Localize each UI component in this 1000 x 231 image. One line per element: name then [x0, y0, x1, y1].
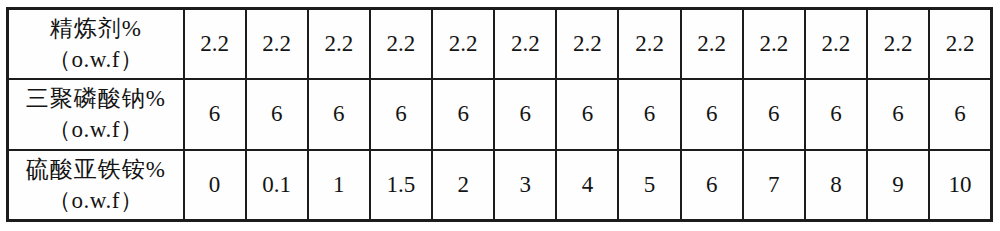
table-cell: 7 [743, 150, 805, 221]
table-cell: 6 [867, 79, 929, 149]
table-cell: 8 [805, 150, 867, 221]
table-cell: 6 [681, 79, 743, 149]
table-cell: 6 [805, 79, 867, 149]
table-cell: 2.2 [805, 9, 867, 80]
ingredients-table: 精炼剂% （o.w.f） 2.2 2.2 2.2 2.2 2.2 2.2 2.2… [6, 7, 993, 222]
table-cell: 2.2 [743, 9, 805, 80]
table-cell: 2.2 [246, 9, 308, 80]
table-row-refining-agent: 精炼剂% （o.w.f） 2.2 2.2 2.2 2.2 2.2 2.2 2.2… [8, 9, 992, 80]
table-cell: 2.2 [370, 9, 432, 80]
table-cell: 6 [556, 79, 618, 149]
table-row-sodium-tripolyphosphate: 三聚磷酸钠% （o.w.f） 6 6 6 6 6 6 6 6 6 6 6 6 6 [8, 79, 992, 149]
row-header-refining-agent: 精炼剂% （o.w.f） [8, 9, 184, 80]
table-cell: 4 [556, 150, 618, 221]
row-label: 精炼剂% [9, 13, 183, 44]
table-cell: 2.2 [867, 9, 929, 80]
table-cell: 6 [184, 79, 246, 149]
row-header-ammonium-ferrous-sulfate: 硫酸亚铁铵% （o.w.f） [8, 150, 184, 221]
table-cell: 1 [308, 150, 370, 221]
table-cell: 3 [494, 150, 556, 221]
row-label: 三聚磷酸钠% [9, 83, 183, 114]
table-cell: 2 [432, 150, 494, 221]
row-label: 硫酸亚铁铵% [9, 154, 183, 185]
table-cell: 5 [618, 150, 680, 221]
table-cell: 9 [867, 150, 929, 221]
document-page: 精炼剂% （o.w.f） 2.2 2.2 2.2 2.2 2.2 2.2 2.2… [0, 0, 1000, 231]
row-unit: （o.w.f） [9, 185, 183, 216]
table-cell: 2.2 [432, 9, 494, 80]
table-cell: 1.5 [370, 150, 432, 221]
table-cell: 6 [370, 79, 432, 149]
table-cell: 6 [681, 150, 743, 221]
table-cell: 2.2 [494, 9, 556, 80]
table-cell: 6 [929, 79, 991, 149]
table-cell: 6 [432, 79, 494, 149]
table-cell: 2.2 [929, 9, 991, 80]
table-cell: 6 [618, 79, 680, 149]
table-cell: 2.2 [618, 9, 680, 80]
row-header-sodium-tripolyphosphate: 三聚磷酸钠% （o.w.f） [8, 79, 184, 149]
table-cell: 0 [184, 150, 246, 221]
table-cell: 0.1 [246, 150, 308, 221]
row-unit: （o.w.f） [9, 114, 183, 145]
table-cell: 6 [308, 79, 370, 149]
table-cell: 6 [743, 79, 805, 149]
table-cell: 2.2 [556, 9, 618, 80]
table-cell: 2.2 [681, 9, 743, 80]
row-unit: （o.w.f） [9, 44, 183, 75]
table-cell: 6 [246, 79, 308, 149]
table-cell: 10 [929, 150, 991, 221]
table-row-ammonium-ferrous-sulfate: 硫酸亚铁铵% （o.w.f） 0 0.1 1 1.5 2 3 4 5 6 7 8… [8, 150, 992, 221]
table-cell: 6 [494, 79, 556, 149]
table-cell: 2.2 [184, 9, 246, 80]
table-cell: 2.2 [308, 9, 370, 80]
